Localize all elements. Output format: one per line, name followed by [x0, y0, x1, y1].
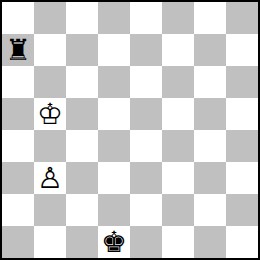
square-c6[interactable]	[66, 66, 98, 98]
square-e7[interactable]	[130, 34, 162, 66]
square-d2[interactable]	[98, 194, 130, 226]
square-a8[interactable]	[2, 2, 34, 34]
chess-board: ♜♔♙♚	[0, 0, 260, 260]
square-c2[interactable]	[66, 194, 98, 226]
square-c5[interactable]	[66, 98, 98, 130]
white-pawn-piece[interactable]: ♙	[37, 162, 63, 194]
square-c1[interactable]	[66, 226, 98, 258]
black-king-piece[interactable]: ♚	[101, 226, 127, 258]
square-h4[interactable]	[226, 130, 258, 162]
square-f7[interactable]	[162, 34, 194, 66]
square-b4[interactable]	[34, 130, 66, 162]
square-b5[interactable]: ♔	[34, 98, 66, 130]
square-f6[interactable]	[162, 66, 194, 98]
square-e6[interactable]	[130, 66, 162, 98]
square-b7[interactable]	[34, 34, 66, 66]
square-h5[interactable]	[226, 98, 258, 130]
square-h7[interactable]	[226, 34, 258, 66]
square-d3[interactable]	[98, 162, 130, 194]
square-e4[interactable]	[130, 130, 162, 162]
square-a5[interactable]	[2, 98, 34, 130]
square-c3[interactable]	[66, 162, 98, 194]
square-b8[interactable]	[34, 2, 66, 34]
white-king-piece[interactable]: ♔	[37, 98, 63, 130]
square-g2[interactable]	[194, 194, 226, 226]
square-f8[interactable]	[162, 2, 194, 34]
square-a4[interactable]	[2, 130, 34, 162]
square-c8[interactable]	[66, 2, 98, 34]
square-e1[interactable]	[130, 226, 162, 258]
square-g4[interactable]	[194, 130, 226, 162]
square-b3[interactable]: ♙	[34, 162, 66, 194]
square-e8[interactable]	[130, 2, 162, 34]
square-d4[interactable]	[98, 130, 130, 162]
square-a2[interactable]	[2, 194, 34, 226]
square-a7[interactable]: ♜	[2, 34, 34, 66]
square-f4[interactable]	[162, 130, 194, 162]
square-g6[interactable]	[194, 66, 226, 98]
square-e5[interactable]	[130, 98, 162, 130]
square-h2[interactable]	[226, 194, 258, 226]
square-d5[interactable]	[98, 98, 130, 130]
square-b1[interactable]	[34, 226, 66, 258]
square-f1[interactable]	[162, 226, 194, 258]
square-g3[interactable]	[194, 162, 226, 194]
square-h3[interactable]	[226, 162, 258, 194]
square-h8[interactable]	[226, 2, 258, 34]
square-h1[interactable]	[226, 226, 258, 258]
square-d7[interactable]	[98, 34, 130, 66]
square-d6[interactable]	[98, 66, 130, 98]
square-g7[interactable]	[194, 34, 226, 66]
square-d8[interactable]	[98, 2, 130, 34]
square-b6[interactable]	[34, 66, 66, 98]
square-b2[interactable]	[34, 194, 66, 226]
square-c4[interactable]	[66, 130, 98, 162]
square-a1[interactable]	[2, 226, 34, 258]
square-e3[interactable]	[130, 162, 162, 194]
square-g5[interactable]	[194, 98, 226, 130]
square-a6[interactable]	[2, 66, 34, 98]
square-f3[interactable]	[162, 162, 194, 194]
square-h6[interactable]	[226, 66, 258, 98]
square-f2[interactable]	[162, 194, 194, 226]
square-g1[interactable]	[194, 226, 226, 258]
square-c7[interactable]	[66, 34, 98, 66]
square-f5[interactable]	[162, 98, 194, 130]
square-g8[interactable]	[194, 2, 226, 34]
square-a3[interactable]	[2, 162, 34, 194]
square-e2[interactable]	[130, 194, 162, 226]
black-rook-piece[interactable]: ♜	[5, 34, 31, 66]
square-d1[interactable]: ♚	[98, 226, 130, 258]
